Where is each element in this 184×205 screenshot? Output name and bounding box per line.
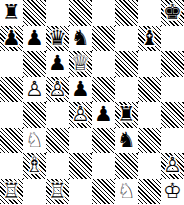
square-c1[interactable]: ♖ [46,179,69,205]
square-g1[interactable] [138,179,161,205]
square-a8[interactable]: ♜ [0,0,23,26]
square-b6[interactable] [23,51,46,77]
piece-black-knight[interactable]: ♞ [115,128,138,154]
square-e8[interactable] [92,0,115,26]
piece-white-knight[interactable]: ♘ [23,128,46,154]
square-f7[interactable] [115,26,138,52]
square-b5[interactable]: ♙ [23,77,46,103]
piece-white-king[interactable]: ♔ [161,179,184,205]
square-d7[interactable]: ♞ [69,26,92,52]
square-f8[interactable] [115,0,138,26]
piece-black-knight[interactable]: ♞ [69,26,92,52]
piece-white-pawn[interactable]: ♙ [69,102,92,128]
square-e1[interactable] [92,179,115,205]
square-b3[interactable]: ♘ [23,128,46,154]
square-b7[interactable]: ♟ [23,26,46,52]
square-c6[interactable]: ♟ [46,51,69,77]
piece-white-pawn[interactable]: ♙ [23,77,46,103]
square-h5[interactable] [161,77,184,103]
square-a7[interactable]: ♟ [0,26,23,52]
square-e7[interactable] [92,26,115,52]
square-g2[interactable] [138,153,161,179]
piece-white-bishop[interactable]: ♗ [23,153,46,179]
square-g4[interactable] [138,102,161,128]
square-b1[interactable] [23,179,46,205]
square-f6[interactable] [115,51,138,77]
square-c4[interactable] [46,102,69,128]
square-a4[interactable] [0,102,23,128]
piece-white-rook[interactable]: ♖ [46,179,69,205]
piece-black-queen[interactable]: ♛ [46,26,69,52]
square-d1[interactable] [69,179,92,205]
square-h3[interactable] [161,128,184,154]
square-c3[interactable] [46,128,69,154]
piece-white-pawn[interactable]: ♙ [46,77,69,103]
square-d3[interactable] [69,128,92,154]
square-g3[interactable] [138,128,161,154]
chess-diagram: ♜♚♟♟♛♞♝♟♕♙♙♟♙♟♜♘♞♗♙♖♖♘♔ [0,0,184,204]
piece-white-pawn[interactable]: ♙ [161,153,184,179]
square-c2[interactable] [46,153,69,179]
square-a3[interactable] [0,128,23,154]
square-e3[interactable] [92,128,115,154]
square-a1[interactable]: ♖ [0,179,23,205]
square-h8[interactable]: ♚ [161,0,184,26]
square-g8[interactable] [138,0,161,26]
piece-black-king[interactable]: ♚ [161,0,184,26]
square-e6[interactable] [92,51,115,77]
square-b4[interactable] [23,102,46,128]
piece-black-bishop[interactable]: ♝ [138,26,161,52]
square-f3[interactable]: ♞ [115,128,138,154]
square-f5[interactable] [115,77,138,103]
square-h7[interactable] [161,26,184,52]
piece-black-pawn[interactable]: ♟ [92,102,115,128]
piece-white-queen[interactable]: ♕ [69,51,92,77]
piece-white-rook[interactable]: ♖ [0,179,23,205]
square-c5[interactable]: ♙ [46,77,69,103]
square-c7[interactable]: ♛ [46,26,69,52]
square-d2[interactable] [69,153,92,179]
square-d5[interactable]: ♟ [69,77,92,103]
square-b8[interactable] [23,0,46,26]
square-c8[interactable] [46,0,69,26]
square-h2[interactable]: ♙ [161,153,184,179]
square-b2[interactable]: ♗ [23,153,46,179]
square-f4[interactable]: ♜ [115,102,138,128]
square-d6[interactable]: ♕ [69,51,92,77]
square-d8[interactable] [69,0,92,26]
square-h4[interactable] [161,102,184,128]
piece-black-rook[interactable]: ♜ [115,102,138,128]
square-g7[interactable]: ♝ [138,26,161,52]
square-h6[interactable] [161,51,184,77]
square-a6[interactable] [0,51,23,77]
square-f1[interactable]: ♘ [115,179,138,205]
square-h1[interactable]: ♔ [161,179,184,205]
square-e4[interactable]: ♟ [92,102,115,128]
piece-black-pawn[interactable]: ♟ [69,77,92,103]
square-g5[interactable] [138,77,161,103]
chess-board: ♜♚♟♟♛♞♝♟♕♙♙♟♙♟♜♘♞♗♙♖♖♘♔ [0,0,184,204]
square-d4[interactable]: ♙ [69,102,92,128]
square-a2[interactable] [0,153,23,179]
piece-black-rook[interactable]: ♜ [0,0,23,26]
piece-black-pawn[interactable]: ♟ [46,51,69,77]
piece-black-pawn[interactable]: ♟ [23,26,46,52]
piece-black-pawn[interactable]: ♟ [0,26,23,52]
square-e5[interactable] [92,77,115,103]
piece-white-knight[interactable]: ♘ [115,179,138,205]
square-g6[interactable] [138,51,161,77]
square-a5[interactable] [0,77,23,103]
square-e2[interactable] [92,153,115,179]
square-f2[interactable] [115,153,138,179]
